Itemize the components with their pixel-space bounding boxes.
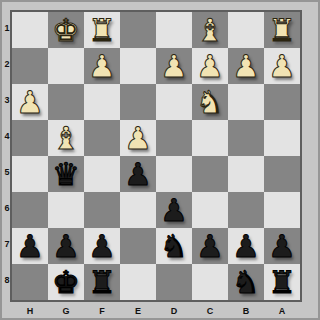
square-d7[interactable]: ♞	[156, 228, 192, 264]
square-f3[interactable]	[84, 84, 120, 120]
white-pawn[interactable]: ♟	[156, 48, 192, 84]
square-b1[interactable]	[228, 12, 264, 48]
black-queen[interactable]: ♛	[48, 156, 84, 192]
square-f6[interactable]	[84, 192, 120, 228]
square-g8[interactable]: ♚	[48, 264, 84, 300]
square-d5[interactable]	[156, 156, 192, 192]
black-pawn[interactable]: ♟	[48, 228, 84, 264]
black-pawn[interactable]: ♟	[84, 228, 120, 264]
square-f8[interactable]: ♜	[84, 264, 120, 300]
square-a2[interactable]: ♟	[264, 48, 300, 84]
square-h3[interactable]: ♟	[12, 84, 48, 120]
white-pawn[interactable]: ♟	[264, 48, 300, 84]
file-label-d: D	[156, 304, 192, 318]
white-rook[interactable]: ♜	[264, 12, 300, 48]
white-pawn[interactable]: ♟	[120, 120, 156, 156]
black-rook[interactable]: ♜	[84, 264, 120, 300]
file-label-e: E	[120, 304, 156, 318]
square-g5[interactable]: ♛	[48, 156, 84, 192]
file-label-g: G	[48, 304, 84, 318]
square-d3[interactable]	[156, 84, 192, 120]
white-pawn[interactable]: ♟	[12, 84, 48, 120]
white-bishop[interactable]: ♝	[48, 120, 84, 156]
square-h8[interactable]	[12, 264, 48, 300]
square-c8[interactable]	[192, 264, 228, 300]
square-a5[interactable]	[264, 156, 300, 192]
square-e1[interactable]	[120, 12, 156, 48]
square-f5[interactable]	[84, 156, 120, 192]
square-b8[interactable]: ♞	[228, 264, 264, 300]
square-c3[interactable]: ♞	[192, 84, 228, 120]
rank-label-4: 4	[2, 118, 12, 154]
square-a4[interactable]	[264, 120, 300, 156]
square-f4[interactable]	[84, 120, 120, 156]
square-a6[interactable]	[264, 192, 300, 228]
square-h2[interactable]	[12, 48, 48, 84]
square-f7[interactable]: ♟	[84, 228, 120, 264]
square-b5[interactable]	[228, 156, 264, 192]
black-king[interactable]: ♚	[48, 264, 84, 300]
rank-label-3: 3	[2, 82, 12, 118]
black-knight[interactable]: ♞	[228, 264, 264, 300]
square-e8[interactable]	[120, 264, 156, 300]
chess-board: ♚♜♝♜♟♟♟♟♟♟♞♝♟♛♟♟♟♟♟♞♟♟♟♚♜♞♜	[10, 10, 302, 302]
rank-label-1: 1	[2, 10, 12, 46]
square-g6[interactable]	[48, 192, 84, 228]
white-bishop[interactable]: ♝	[192, 12, 228, 48]
square-f2[interactable]: ♟	[84, 48, 120, 84]
square-d1[interactable]	[156, 12, 192, 48]
square-d4[interactable]	[156, 120, 192, 156]
square-c6[interactable]	[192, 192, 228, 228]
square-e6[interactable]	[120, 192, 156, 228]
file-label-a: A	[264, 304, 300, 318]
file-label-f: F	[84, 304, 120, 318]
square-h4[interactable]	[12, 120, 48, 156]
square-d6[interactable]: ♟	[156, 192, 192, 228]
black-rook[interactable]: ♜	[264, 264, 300, 300]
square-h7[interactable]: ♟	[12, 228, 48, 264]
square-g1[interactable]: ♚	[48, 12, 84, 48]
white-pawn[interactable]: ♟	[228, 48, 264, 84]
board-frame: ♚♜♝♜♟♟♟♟♟♟♞♝♟♛♟♟♟♟♟♞♟♟♟♚♜♞♜ 12345678 HGF…	[0, 0, 320, 320]
black-pawn[interactable]: ♟	[264, 228, 300, 264]
black-knight[interactable]: ♞	[156, 228, 192, 264]
square-c1[interactable]: ♝	[192, 12, 228, 48]
square-c7[interactable]: ♟	[192, 228, 228, 264]
square-g7[interactable]: ♟	[48, 228, 84, 264]
white-rook[interactable]: ♜	[84, 12, 120, 48]
square-b3[interactable]	[228, 84, 264, 120]
rank-label-8: 8	[2, 262, 12, 298]
square-c5[interactable]	[192, 156, 228, 192]
rank-label-5: 5	[2, 154, 12, 190]
square-h5[interactable]	[12, 156, 48, 192]
rank-label-7: 7	[2, 226, 12, 262]
square-e4[interactable]: ♟	[120, 120, 156, 156]
black-pawn[interactable]: ♟	[120, 156, 156, 192]
white-knight[interactable]: ♞	[192, 84, 228, 120]
square-a1[interactable]: ♜	[264, 12, 300, 48]
square-b4[interactable]	[228, 120, 264, 156]
black-pawn[interactable]: ♟	[156, 192, 192, 228]
square-c2[interactable]: ♟	[192, 48, 228, 84]
file-label-h: H	[12, 304, 48, 318]
square-d8[interactable]	[156, 264, 192, 300]
square-h1[interactable]	[12, 12, 48, 48]
square-a3[interactable]	[264, 84, 300, 120]
white-pawn[interactable]: ♟	[192, 48, 228, 84]
white-pawn[interactable]: ♟	[84, 48, 120, 84]
square-b7[interactable]: ♟	[228, 228, 264, 264]
square-b2[interactable]: ♟	[228, 48, 264, 84]
square-f1[interactable]: ♜	[84, 12, 120, 48]
square-b6[interactable]	[228, 192, 264, 228]
white-king[interactable]: ♚	[48, 12, 84, 48]
rank-label-2: 2	[2, 46, 12, 82]
square-g2[interactable]	[48, 48, 84, 84]
rank-label-6: 6	[2, 190, 12, 226]
square-e3[interactable]	[120, 84, 156, 120]
file-label-b: B	[228, 304, 264, 318]
square-e5[interactable]: ♟	[120, 156, 156, 192]
file-label-c: C	[192, 304, 228, 318]
square-a8[interactable]: ♜	[264, 264, 300, 300]
square-a7[interactable]: ♟	[264, 228, 300, 264]
square-h6[interactable]	[12, 192, 48, 228]
square-e2[interactable]	[120, 48, 156, 84]
square-e7[interactable]	[120, 228, 156, 264]
black-pawn[interactable]: ♟	[12, 228, 48, 264]
black-pawn[interactable]: ♟	[192, 228, 228, 264]
square-c4[interactable]	[192, 120, 228, 156]
black-pawn[interactable]: ♟	[228, 228, 264, 264]
square-g4[interactable]: ♝	[48, 120, 84, 156]
square-d2[interactable]: ♟	[156, 48, 192, 84]
square-g3[interactable]	[48, 84, 84, 120]
